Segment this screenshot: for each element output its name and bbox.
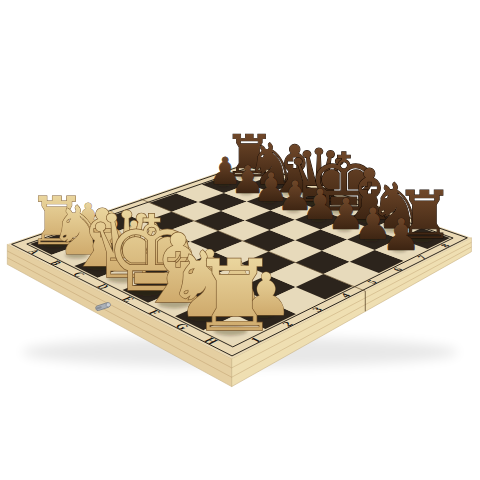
piece-white-r-h1: ♜ xyxy=(191,239,279,353)
chessboard-scene: A1B2C3D4E5F6G7H8♜♞♟♝♟♛♟♚♟♝♟♞♟♟♜♟♟♜♟♟♞♟♝♟… xyxy=(0,0,480,480)
chess-set-product-photo: A1B2C3D4E5F6G7H8♜♞♟♝♟♛♟♚♟♝♟♞♟♟♜♟♟♜♟♟♞♟♝♟… xyxy=(0,0,480,480)
piece-black-p-h7: ♟ xyxy=(382,209,421,260)
